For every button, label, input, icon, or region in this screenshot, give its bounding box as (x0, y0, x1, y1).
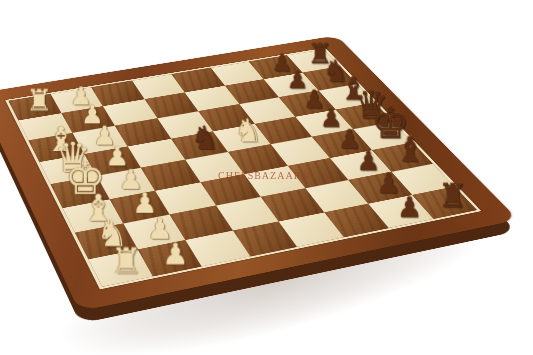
piece-white-pawn-h2[interactable]: ♟ (163, 240, 189, 270)
piece-black-knight-d4[interactable]: ♞ (191, 122, 220, 154)
square-d4[interactable]: ♞ (171, 131, 228, 160)
piece-white-rook-a1[interactable]: ♜ (25, 85, 52, 115)
product-photo-stage: ♜♟♟♜♟♟♞♝♟♟♝♛♟♞♞♟♛♚♟♟♚♝♟♟♝♞♟♟♜♟♟♜ CHESSBA… (0, 0, 533, 355)
piece-black-pawn-h7[interactable]: ♟ (397, 193, 422, 221)
square-g4[interactable] (216, 197, 279, 230)
piece-black-rook-h8[interactable]: ♜ (438, 179, 468, 212)
piece-black-bishop-f8[interactable]: ♝ (395, 131, 426, 166)
brand-watermark: CHESSBAZAAR® (214, 170, 314, 181)
piece-white-rook-h1[interactable]: ♜ (110, 244, 142, 280)
piece-white-knight-d5[interactable]: ♞ (234, 114, 262, 146)
